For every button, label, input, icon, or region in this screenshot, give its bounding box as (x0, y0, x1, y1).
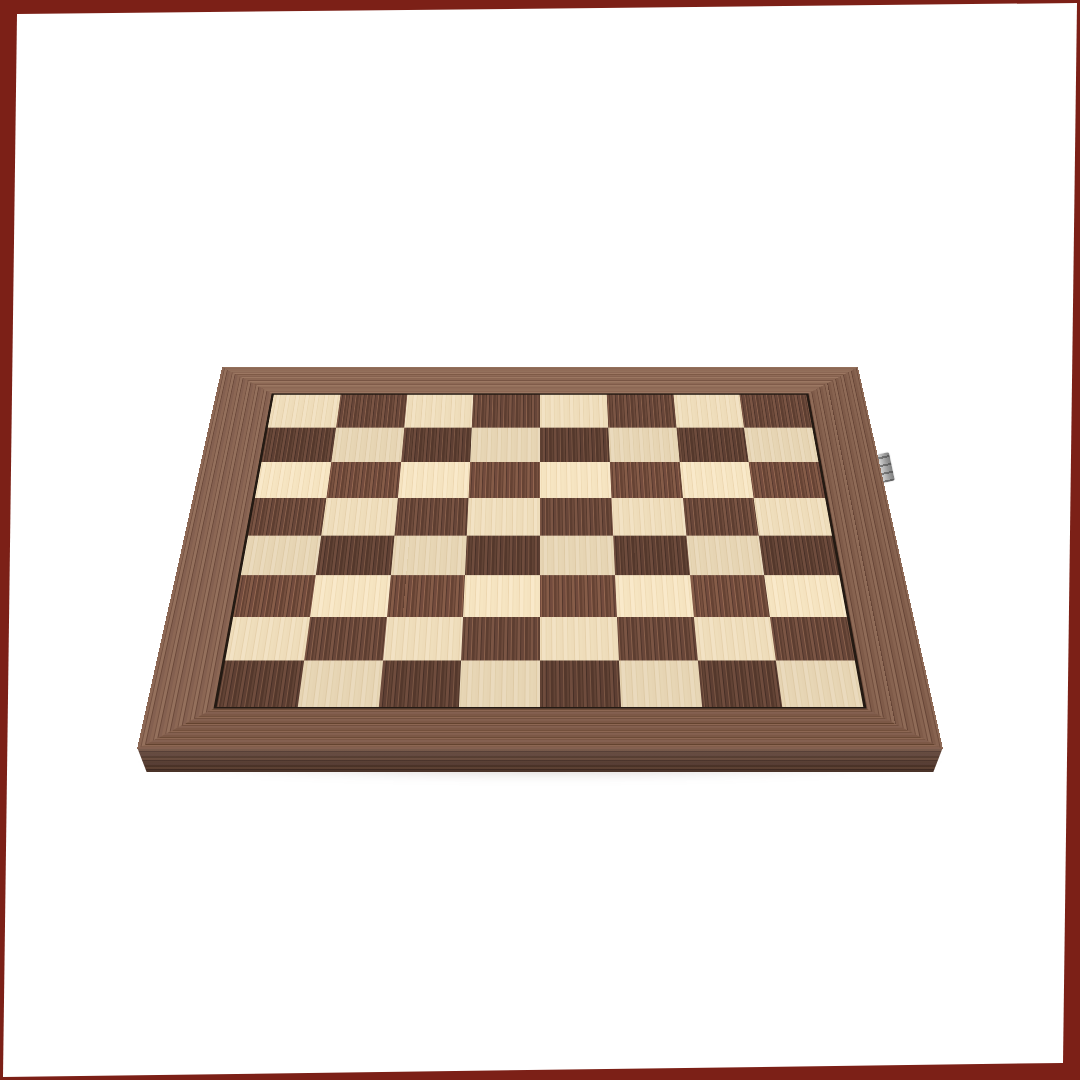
square-g7 (676, 427, 749, 461)
square-g1 (697, 661, 782, 707)
square-h3 (764, 575, 846, 617)
square-b3 (310, 575, 391, 617)
square-c8 (404, 395, 474, 428)
square-b8 (336, 395, 407, 428)
square-e2 (540, 617, 619, 661)
square-h4 (759, 536, 839, 576)
square-h7 (744, 427, 818, 461)
square-f4 (613, 536, 690, 576)
square-f5 (611, 498, 686, 536)
square-a1 (217, 661, 304, 707)
photo-canvas (0, 0, 1080, 1080)
square-c4 (390, 536, 467, 576)
square-d8 (472, 395, 540, 428)
square-f6 (610, 462, 683, 498)
square-h2 (770, 617, 855, 661)
square-c1 (378, 661, 461, 707)
square-d6 (469, 462, 540, 498)
square-h6 (749, 462, 825, 498)
square-h1 (776, 661, 863, 707)
square-g5 (683, 498, 759, 536)
square-c7 (401, 427, 472, 461)
square-f7 (608, 427, 679, 461)
square-a6 (255, 462, 331, 498)
square-a8 (268, 395, 341, 428)
squares-grid (217, 395, 864, 707)
square-b6 (326, 462, 401, 498)
square-f1 (619, 661, 702, 707)
square-b4 (316, 536, 394, 576)
square-e3 (540, 575, 617, 617)
square-b1 (298, 661, 383, 707)
square-e1 (540, 661, 621, 707)
square-c3 (387, 575, 466, 617)
square-e7 (540, 427, 610, 461)
square-d7 (470, 427, 540, 461)
square-g8 (673, 395, 744, 428)
square-g6 (679, 462, 754, 498)
square-a5 (248, 498, 326, 536)
chess-board (137, 367, 943, 749)
square-d5 (467, 498, 540, 536)
square-d2 (461, 617, 540, 661)
board-front-edge (137, 747, 943, 772)
playing-surface (213, 393, 866, 708)
square-e6 (540, 462, 611, 498)
square-h5 (754, 498, 832, 536)
frame-top-band (216, 367, 864, 394)
square-g4 (686, 536, 764, 576)
square-a2 (225, 617, 310, 661)
square-b7 (331, 427, 404, 461)
square-e8 (540, 395, 608, 428)
square-a3 (233, 575, 315, 617)
square-a7 (262, 427, 336, 461)
square-d3 (463, 575, 540, 617)
square-e4 (540, 536, 615, 576)
white-backdrop (0, 0, 1080, 1080)
square-c6 (397, 462, 470, 498)
square-d4 (465, 536, 540, 576)
square-c5 (394, 498, 469, 536)
square-f2 (617, 617, 698, 661)
square-b5 (321, 498, 397, 536)
square-b2 (304, 617, 387, 661)
square-f3 (615, 575, 694, 617)
frame-bottom-band (137, 707, 943, 749)
square-d1 (459, 661, 540, 707)
square-f8 (607, 395, 677, 428)
square-a4 (241, 536, 321, 576)
square-h8 (740, 395, 813, 428)
square-e5 (540, 498, 613, 536)
square-g3 (690, 575, 771, 617)
square-g2 (693, 617, 776, 661)
square-c2 (383, 617, 464, 661)
